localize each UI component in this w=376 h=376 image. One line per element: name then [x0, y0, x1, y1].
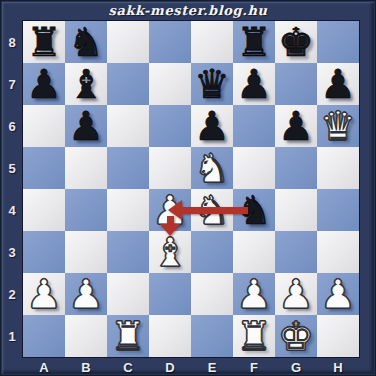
square-e5[interactable]: ♞	[191, 147, 233, 189]
square-h4[interactable]	[317, 189, 359, 231]
black-pawn[interactable]: ♟	[320, 63, 356, 105]
file-labels: ABCDEFGH	[23, 357, 359, 376]
square-c3[interactable]	[107, 231, 149, 273]
watermark: sakk-mester.blog.hu	[1, 1, 375, 21]
square-b6[interactable]: ♟	[65, 105, 107, 147]
black-pawn[interactable]: ♟	[278, 105, 314, 147]
square-e3[interactable]	[191, 231, 233, 273]
black-king[interactable]: ♚	[278, 21, 314, 63]
square-f8[interactable]: ♜	[233, 21, 275, 63]
file-label-d: D	[149, 357, 191, 376]
square-d4[interactable]: ♟	[149, 189, 191, 231]
white-rook[interactable]: ♜	[236, 315, 272, 357]
black-knight[interactable]: ♞	[236, 189, 272, 231]
square-a1[interactable]	[23, 315, 65, 357]
rank-label-4: 4	[1, 189, 23, 231]
black-rook[interactable]: ♜	[236, 21, 272, 63]
rank-label-5: 5	[1, 147, 23, 189]
square-g1[interactable]: ♚	[275, 315, 317, 357]
square-e6[interactable]: ♟	[191, 105, 233, 147]
white-pawn[interactable]: ♟	[26, 273, 62, 315]
black-pawn[interactable]: ♟	[68, 105, 104, 147]
white-knight[interactable]: ♞	[194, 147, 230, 189]
square-d1[interactable]	[149, 315, 191, 357]
square-f3[interactable]	[233, 231, 275, 273]
file-label-e: E	[191, 357, 233, 376]
square-f7[interactable]: ♟	[233, 63, 275, 105]
square-c6[interactable]	[107, 105, 149, 147]
square-c1[interactable]: ♜	[107, 315, 149, 357]
square-c8[interactable]	[107, 21, 149, 63]
square-a4[interactable]	[23, 189, 65, 231]
square-a6[interactable]	[23, 105, 65, 147]
square-c4[interactable]	[107, 189, 149, 231]
square-b2[interactable]: ♟	[65, 273, 107, 315]
file-label-h: H	[317, 357, 359, 376]
square-b7[interactable]: ♝	[65, 63, 107, 105]
square-d3[interactable]: ♝	[149, 231, 191, 273]
black-pawn[interactable]: ♟	[26, 63, 62, 105]
square-a7[interactable]: ♟	[23, 63, 65, 105]
square-b5[interactable]	[65, 147, 107, 189]
square-g4[interactable]	[275, 189, 317, 231]
square-h2[interactable]: ♟	[317, 273, 359, 315]
square-g3[interactable]	[275, 231, 317, 273]
file-label-a: A	[23, 357, 65, 376]
black-pawn[interactable]: ♟	[236, 63, 272, 105]
square-d2[interactable]	[149, 273, 191, 315]
square-a2[interactable]: ♟	[23, 273, 65, 315]
square-f5[interactable]	[233, 147, 275, 189]
square-h5[interactable]	[317, 147, 359, 189]
square-e2[interactable]	[191, 273, 233, 315]
square-f1[interactable]: ♜	[233, 315, 275, 357]
square-b3[interactable]	[65, 231, 107, 273]
square-c2[interactable]	[107, 273, 149, 315]
square-h6[interactable]: ♛	[317, 105, 359, 147]
white-pawn[interactable]: ♟	[320, 273, 356, 315]
square-d6[interactable]	[149, 105, 191, 147]
square-d7[interactable]	[149, 63, 191, 105]
rank-label-6: 6	[1, 105, 23, 147]
black-pawn[interactable]: ♟	[194, 105, 230, 147]
white-bishop[interactable]: ♝	[152, 231, 188, 273]
square-a3[interactable]	[23, 231, 65, 273]
square-g7[interactable]	[275, 63, 317, 105]
black-rook[interactable]: ♜	[26, 21, 62, 63]
square-h3[interactable]	[317, 231, 359, 273]
rank-labels: 87654321	[1, 21, 23, 357]
white-pawn[interactable]: ♟	[68, 273, 104, 315]
square-c7[interactable]	[107, 63, 149, 105]
rank-label-2: 2	[1, 273, 23, 315]
square-d5[interactable]	[149, 147, 191, 189]
white-king[interactable]: ♚	[278, 315, 314, 357]
square-h1[interactable]	[317, 315, 359, 357]
square-e1[interactable]	[191, 315, 233, 357]
square-b4[interactable]	[65, 189, 107, 231]
square-e7[interactable]: ♛	[191, 63, 233, 105]
square-h7[interactable]: ♟	[317, 63, 359, 105]
square-g6[interactable]: ♟	[275, 105, 317, 147]
square-b8[interactable]: ♞	[65, 21, 107, 63]
white-pawn[interactable]: ♟	[236, 273, 272, 315]
file-label-f: F	[233, 357, 275, 376]
file-label-c: C	[107, 357, 149, 376]
square-g2[interactable]: ♟	[275, 273, 317, 315]
square-a8[interactable]: ♜	[23, 21, 65, 63]
black-bishop[interactable]: ♝	[68, 63, 104, 105]
square-f2[interactable]: ♟	[233, 273, 275, 315]
white-knight[interactable]: ♞	[194, 189, 230, 231]
square-g5[interactable]	[275, 147, 317, 189]
black-queen[interactable]: ♛	[194, 63, 230, 105]
square-f4[interactable]: ♞	[233, 189, 275, 231]
file-label-g: G	[275, 357, 317, 376]
black-knight[interactable]: ♞	[68, 21, 104, 63]
square-e8[interactable]	[191, 21, 233, 63]
white-rook[interactable]: ♜	[110, 315, 146, 357]
rank-label-7: 7	[1, 63, 23, 105]
square-h8[interactable]	[317, 21, 359, 63]
white-queen[interactable]: ♛	[320, 105, 356, 147]
white-pawn[interactable]: ♟	[278, 273, 314, 315]
rank-label-1: 1	[1, 315, 23, 357]
square-e4[interactable]: ♞	[191, 189, 233, 231]
square-g8[interactable]: ♚	[275, 21, 317, 63]
rank-label-3: 3	[1, 231, 23, 273]
rank-label-8: 8	[1, 21, 23, 63]
board: ♜♞♜♚♟♝♛♟♟♟♟♟♛♞♟♞♞♝♟♟♟♟♟♜♜♚	[23, 21, 359, 357]
white-pawn[interactable]: ♟	[152, 189, 188, 231]
chess-board-frame: sakk-mester.blog.hu 87654321 ABCDEFGH ♜♞…	[0, 0, 376, 376]
square-b1[interactable]	[65, 315, 107, 357]
file-label-b: B	[65, 357, 107, 376]
square-f6[interactable]	[233, 105, 275, 147]
square-c5[interactable]	[107, 147, 149, 189]
square-a5[interactable]	[23, 147, 65, 189]
square-d8[interactable]	[149, 21, 191, 63]
